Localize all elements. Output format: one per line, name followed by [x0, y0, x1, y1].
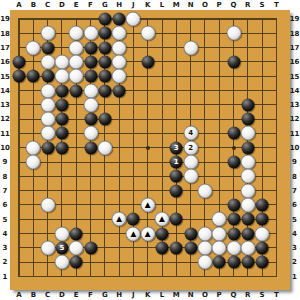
row-label: 19	[0, 15, 10, 23]
stone-white[interactable]	[183, 40, 198, 55]
stone-black[interactable]	[98, 55, 111, 68]
column-label: R	[245, 291, 250, 299]
column-label: Q	[231, 291, 237, 299]
column-label: D	[59, 291, 65, 299]
stone-black[interactable]	[41, 141, 54, 154]
column-label: M	[173, 1, 180, 9]
stone-white[interactable]: ▲	[126, 226, 141, 241]
stone-black[interactable]	[127, 213, 140, 226]
stone-black[interactable]	[84, 55, 97, 68]
move-number: 3	[174, 144, 179, 151]
goban[interactable]: 4321▲▲▲▲▲5	[10, 10, 290, 290]
stone-white[interactable]	[197, 255, 212, 270]
stone-black[interactable]	[41, 70, 54, 83]
stone-white[interactable]	[183, 169, 198, 184]
row-label: 18	[290, 30, 300, 38]
row-label: 17	[290, 44, 300, 52]
stone-white[interactable]	[69, 40, 84, 55]
column-label: M	[173, 291, 180, 299]
row-label: 14	[290, 87, 300, 95]
stone-black[interactable]	[98, 41, 111, 54]
column-label: K	[145, 1, 150, 9]
column-label: J	[132, 291, 135, 299]
row-label: 12	[290, 115, 300, 123]
stone-white[interactable]	[240, 183, 255, 198]
stone-white[interactable]: 4	[183, 126, 198, 141]
stone-white[interactable]	[197, 226, 212, 241]
stone-black[interactable]	[156, 241, 169, 254]
stone-white[interactable]	[112, 54, 127, 69]
column-label: O	[202, 291, 208, 299]
stone-black[interactable]	[84, 113, 97, 126]
stone-white[interactable]	[83, 26, 98, 41]
triangle-mark: ▲	[116, 215, 122, 223]
column-label: N	[188, 1, 194, 9]
row-label: 9	[3, 158, 8, 166]
row-label: 1	[3, 273, 8, 281]
row-label: 4	[292, 230, 297, 238]
row-label: 1	[292, 273, 297, 281]
row-label: 9	[292, 158, 297, 166]
stone-black[interactable]	[227, 227, 240, 240]
stone-black[interactable]	[98, 84, 111, 97]
row-label: 16	[0, 58, 10, 66]
stone-black[interactable]	[227, 127, 240, 140]
stone-white[interactable]	[69, 54, 84, 69]
stone-white[interactable]	[240, 197, 255, 212]
triangle-mark: ▲	[131, 229, 137, 237]
column-label: P	[217, 291, 222, 299]
stone-white[interactable]	[212, 240, 227, 255]
stone-white[interactable]: ▲	[155, 212, 170, 227]
stone-white[interactable]	[140, 26, 155, 41]
stone-black[interactable]	[27, 70, 40, 83]
stone-black[interactable]	[256, 256, 269, 269]
column-label: T	[274, 291, 279, 299]
stone-black[interactable]	[256, 213, 269, 226]
column-label: A	[16, 291, 21, 299]
stone-black[interactable]	[156, 227, 169, 240]
stone-white[interactable]	[255, 226, 270, 241]
stone-white[interactable]	[69, 26, 84, 41]
stone-black[interactable]	[227, 213, 240, 226]
stone-black[interactable]	[141, 55, 154, 68]
stone-black[interactable]	[170, 184, 183, 197]
stone-white[interactable]: ▲	[112, 212, 127, 227]
move-number: 1	[174, 159, 179, 166]
stone-white[interactable]	[40, 240, 55, 255]
row-label: 16	[290, 58, 300, 66]
stone-white[interactable]	[26, 140, 41, 155]
stone-black[interactable]	[241, 113, 254, 126]
stone-white[interactable]	[83, 97, 98, 112]
row-label: 17	[0, 44, 10, 52]
stone-white[interactable]: ▲	[140, 226, 155, 241]
stone-black[interactable]: 1	[170, 156, 183, 169]
stone-white[interactable]	[240, 126, 255, 141]
triangle-mark: ▲	[159, 215, 165, 223]
stone-black[interactable]	[241, 256, 254, 269]
row-label: 12	[0, 115, 10, 123]
move-number: 5	[59, 244, 64, 251]
stone-black[interactable]	[55, 141, 68, 154]
row-label: 5	[292, 216, 297, 224]
stone-black[interactable]	[70, 256, 83, 269]
row-label: 8	[3, 173, 8, 181]
row-label: 4	[3, 230, 8, 238]
column-label: S	[260, 291, 265, 299]
row-label: 3	[3, 244, 8, 252]
star-point	[232, 146, 236, 150]
row-label: 10	[0, 144, 10, 152]
row-label: 19	[290, 15, 300, 23]
stone-black[interactable]	[55, 127, 68, 140]
column-label: B	[31, 1, 36, 9]
stone-black[interactable]	[55, 113, 68, 126]
row-label: 3	[292, 244, 297, 252]
stone-black[interactable]: 5	[55, 241, 68, 254]
triangle-mark: ▲	[145, 201, 151, 209]
column-label: C	[45, 291, 50, 299]
stone-white[interactable]	[97, 140, 112, 155]
column-label: S	[260, 1, 265, 9]
stone-black[interactable]	[98, 113, 111, 126]
stone-white[interactable]	[240, 240, 255, 255]
stone-black[interactable]	[98, 27, 111, 40]
triangle-mark: ▲	[145, 229, 151, 237]
column-label: L	[160, 291, 164, 299]
stone-white[interactable]	[54, 255, 69, 270]
column-label: E	[74, 291, 79, 299]
stone-black[interactable]	[184, 241, 197, 254]
stone-white[interactable]	[112, 40, 127, 55]
stone-black[interactable]	[170, 213, 183, 226]
row-label: 11	[0, 130, 10, 138]
stone-black[interactable]	[227, 198, 240, 211]
row-label: 7	[3, 187, 8, 195]
stone-black[interactable]	[241, 227, 254, 240]
stone-white[interactable]	[183, 155, 198, 170]
stone-black[interactable]	[84, 241, 97, 254]
stone-white[interactable]	[54, 69, 69, 84]
row-label: 10	[290, 144, 300, 152]
stone-black[interactable]	[170, 170, 183, 183]
stone-black[interactable]	[170, 241, 183, 254]
row-label: 14	[0, 87, 10, 95]
stone-white[interactable]	[226, 240, 241, 255]
stone-white[interactable]	[212, 226, 227, 241]
column-label: A	[16, 1, 21, 9]
row-label: 8	[292, 173, 297, 181]
stone-white[interactable]	[212, 212, 227, 227]
stone-black[interactable]	[55, 98, 68, 111]
stone-white[interactable]	[40, 83, 55, 98]
stone-white[interactable]	[26, 155, 41, 170]
row-label: 13	[0, 101, 10, 109]
stone-white[interactable]	[226, 26, 241, 41]
column-label: F	[88, 291, 93, 299]
column-label: H	[116, 1, 122, 9]
column-label: P	[217, 1, 222, 9]
stone-white[interactable]: ▲	[140, 197, 155, 212]
stone-white[interactable]	[197, 240, 212, 255]
row-label: 6	[3, 201, 8, 209]
stone-white[interactable]	[126, 12, 141, 27]
stone-black[interactable]	[227, 55, 240, 68]
column-label: K	[145, 291, 150, 299]
row-label: 2	[3, 258, 8, 266]
column-label: H	[116, 291, 122, 299]
stone-black[interactable]	[227, 156, 240, 169]
stone-white[interactable]	[240, 155, 255, 170]
column-label: J	[132, 1, 135, 9]
row-label: 7	[292, 187, 297, 195]
stone-black[interactable]	[84, 70, 97, 83]
column-label: R	[245, 1, 250, 9]
column-label: D	[59, 1, 65, 9]
stone-black[interactable]	[256, 241, 269, 254]
stone-black[interactable]	[241, 141, 254, 154]
stone-white[interactable]	[26, 40, 41, 55]
move-number: 2	[188, 144, 193, 151]
stone-white[interactable]	[240, 169, 255, 184]
stone-white[interactable]	[40, 26, 55, 41]
stone-black[interactable]: 3	[170, 141, 183, 154]
stone-white[interactable]	[40, 197, 55, 212]
row-label: 15	[0, 73, 10, 81]
row-label: 13	[290, 101, 300, 109]
stone-white[interactable]	[112, 69, 127, 84]
stone-black[interactable]	[84, 41, 97, 54]
column-label: L	[160, 1, 164, 9]
stone-black[interactable]	[213, 256, 226, 269]
column-label: F	[88, 1, 93, 9]
column-label: T	[274, 1, 279, 9]
stone-white[interactable]	[112, 26, 127, 41]
stone-black[interactable]	[241, 213, 254, 226]
stone-black[interactable]	[113, 84, 126, 97]
row-label: 11	[290, 130, 300, 138]
star-point	[146, 146, 150, 150]
row-label: 18	[0, 30, 10, 38]
stone-white[interactable]	[69, 69, 84, 84]
column-label: G	[102, 1, 108, 9]
stone-white[interactable]: 2	[183, 140, 198, 155]
column-label: N	[188, 291, 194, 299]
stone-black[interactable]	[98, 70, 111, 83]
stone-black[interactable]	[13, 55, 26, 68]
stone-black[interactable]	[241, 98, 254, 111]
stone-white[interactable]	[69, 240, 84, 255]
stone-white[interactable]	[40, 112, 55, 127]
stone-white[interactable]	[40, 97, 55, 112]
row-label: 15	[290, 73, 300, 81]
column-label: Q	[231, 1, 237, 9]
stone-black[interactable]	[84, 141, 97, 154]
stone-black[interactable]	[70, 227, 83, 240]
stone-black[interactable]	[256, 198, 269, 211]
move-number: 4	[188, 130, 193, 137]
stone-black[interactable]	[41, 41, 54, 54]
column-label: G	[102, 291, 108, 299]
stone-black[interactable]	[70, 84, 83, 97]
stone-black[interactable]	[227, 256, 240, 269]
stone-black[interactable]	[13, 70, 26, 83]
row-label: 6	[292, 201, 297, 209]
stone-white[interactable]	[197, 183, 212, 198]
column-label: E	[74, 1, 79, 9]
stone-white[interactable]	[54, 54, 69, 69]
row-label: 2	[292, 258, 297, 266]
column-label: O	[202, 1, 208, 9]
row-label: 5	[3, 216, 8, 224]
stone-white[interactable]	[54, 226, 69, 241]
stone-black[interactable]	[184, 227, 197, 240]
stone-white[interactable]	[40, 126, 55, 141]
stone-white[interactable]	[83, 83, 98, 98]
column-label: C	[45, 1, 50, 9]
column-label: B	[31, 291, 36, 299]
go-board-screenshot: 4321▲▲▲▲▲5 AABBCCDDEEFFGGHHJJKKLLMMNNOOP…	[0, 0, 300, 300]
stone-black[interactable]	[98, 13, 111, 26]
stone-black[interactable]	[113, 13, 126, 26]
stone-white[interactable]	[40, 54, 55, 69]
stone-black[interactable]	[55, 84, 68, 97]
stone-white[interactable]	[83, 126, 98, 141]
